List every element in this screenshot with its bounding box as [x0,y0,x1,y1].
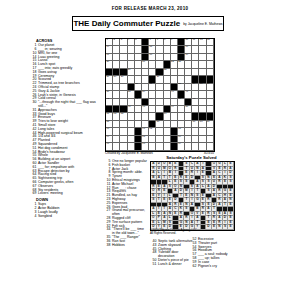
solution-letter: A [169,207,171,210]
solution-letter: S [229,180,231,183]
grid-cell[interactable] [199,46,206,53]
grid-cell[interactable] [149,106,156,113]
across-clues-column: ACROSS 1Our planet6___ in; wearing10MRI,… [30,39,103,219]
down-clue-list-part4: 52Excessive53Theater part54Swerves56Hood… [190,238,235,268]
solution-letter: I [191,198,192,201]
grid-cell[interactable]: 50 [185,106,192,113]
cell-number: 33 [178,83,181,86]
grid-cell[interactable] [207,54,214,61]
grid-cell[interactable] [128,113,135,120]
grid-cell[interactable] [199,143,206,150]
grid-cell[interactable] [120,136,127,143]
grid-cell[interactable] [120,84,127,91]
grid-cell[interactable]: 28 [120,76,127,83]
grid-cell[interactable] [207,106,214,113]
grid-cell[interactable] [164,99,171,106]
cell-number: 61 [142,128,145,131]
grid-cell[interactable] [113,91,120,98]
grid-cell[interactable]: 69 [178,143,185,150]
grid-cell[interactable]: 54 [164,113,171,120]
cell-number: 39 [142,91,145,94]
grid-cell[interactable] [164,76,171,83]
cell-number: 21 [142,61,145,64]
grid-cell[interactable] [185,61,192,68]
solution-letter: N [218,225,220,228]
cell-number: 58 [200,121,203,124]
clue-item: 4Songbird [30,215,103,219]
grid-cell[interactable]: 48 [142,106,149,113]
grid-cell[interactable] [192,69,199,76]
grid-cell[interactable] [192,46,199,53]
grid-cell[interactable]: 42 [106,99,113,106]
cell-number: 31 [135,83,138,86]
grid-cell[interactable] [149,69,156,76]
solution-letter: A [213,189,215,192]
grid-cell[interactable] [156,84,163,91]
cell-number: 63 [178,128,181,131]
title-box: THE Daily Commuter Puzzle by Jacqueline … [72,16,224,31]
solution-grid: ADOBESCATOGLERUMORTUNAVERAALIBIERIEACIDB… [150,161,235,231]
grid-cell[interactable]: 13 [207,39,214,46]
cell-number: 29 [157,76,160,79]
cell-number: 69 [178,143,181,146]
solution-letter: R [207,198,209,201]
grid-cell[interactable] [164,84,171,91]
clue-item: 38Hobbies [104,244,147,248]
grid-cell[interactable]: 36 [207,84,214,91]
cell-number: 40 [171,91,174,94]
grid-cell[interactable] [207,91,214,98]
grid-cell-black [142,39,149,46]
copyright-line2: All Rights Reserved. [150,232,235,235]
grid-cell[interactable] [185,136,192,143]
solution-letter: I [197,171,198,174]
grid-cell[interactable]: 47 [128,106,135,113]
grid-cell[interactable]: 34 [192,84,199,91]
grid-cell[interactable] [135,106,142,113]
grid-cell[interactable] [149,143,156,150]
grid-cell[interactable]: 24 [128,69,135,76]
grid-cell[interactable]: 8 [164,39,171,46]
grid-cell[interactable] [156,99,163,106]
solution-letter: E [229,162,231,165]
grid-cell[interactable] [128,136,135,143]
solution-letter: A [191,203,193,206]
solution-letter: E [213,225,215,228]
grid-cell[interactable]: 62 [149,128,156,135]
cell-number: 1 [106,39,107,42]
solution-letter: D [191,176,193,179]
grid-cell[interactable] [164,121,171,128]
grid-cell[interactable] [199,61,206,68]
grid-cell[interactable] [120,128,127,135]
cell-number: 67 [106,143,109,146]
grid-cell[interactable] [142,69,149,76]
grid-cell[interactable] [156,106,163,113]
cell-number: 48 [142,106,145,109]
cell-number: 43 [135,98,138,101]
grid-cell[interactable] [185,143,192,150]
grid-cell[interactable]: 2 [113,39,120,46]
solution-letter: L [158,171,160,174]
grid-cell[interactable]: 5 [135,39,142,46]
cell-number: 44 [150,98,153,101]
grid-cell[interactable] [113,143,120,150]
grid-cell[interactable]: 67 [106,143,113,150]
grid-cell[interactable]: 56 [156,121,163,128]
grid-cell[interactable] [185,113,192,120]
clue-item: 51Lunch & dinner [150,263,194,267]
grid-cell[interactable] [185,76,192,83]
grid-cell[interactable] [128,121,135,128]
cell-number: 36 [207,83,210,86]
solution-letter: S [185,162,187,165]
grid-cell[interactable]: 45 [178,99,185,106]
solved-panel-title: Saturday's Puzzle Solved [148,155,235,160]
cell-number: 53 [121,113,124,116]
grid-cell[interactable] [199,106,206,113]
solution-letter: A [196,216,198,219]
grid-cell[interactable]: 18 [149,54,156,61]
grid-cell-black [178,39,185,46]
grid-cell[interactable] [207,128,214,135]
grid-cell[interactable] [207,136,214,143]
grid-cell[interactable] [164,46,171,53]
solution-letter: A [163,216,165,219]
grid-cell[interactable] [113,128,120,135]
grid-cell[interactable] [120,121,127,128]
grid-cell[interactable] [135,54,142,61]
grid-cell[interactable]: 43 [135,99,142,106]
grid-cell[interactable] [199,99,206,106]
cell-number: 17 [106,54,109,57]
grid-cell[interactable] [149,61,156,68]
grid-cell[interactable]: 38 [128,91,135,98]
cell-number: 49 [171,106,174,109]
solution-letter: S [207,180,209,183]
grid-cell[interactable] [185,69,192,76]
grid-cell[interactable] [128,128,135,135]
grid-cell[interactable] [156,143,163,150]
grid-cell[interactable] [135,61,142,68]
cell-number: 65 [142,136,145,139]
grid-cell[interactable] [113,61,120,68]
grid-cell-black [171,143,178,150]
grid-cell[interactable] [164,143,171,150]
grid-cell[interactable]: 32 [149,84,156,91]
solution-letter: A [158,176,160,179]
cell-number: 7 [157,39,158,42]
grid-cell[interactable]: 49 [171,106,178,113]
grid-cell[interactable]: 12 [199,39,206,46]
grid-cell[interactable] [128,54,135,61]
grid-cell[interactable] [185,128,192,135]
solution-letter: N [229,198,231,201]
clue-item: 62Pigeon's cry [190,265,235,269]
grid-cell[interactable]: 23 [178,61,185,68]
cell-number: 54 [164,113,167,116]
grid-cell[interactable] [164,54,171,61]
grid-cell[interactable] [142,76,149,83]
grid-cell[interactable] [120,91,127,98]
grid-cell[interactable] [178,113,185,120]
grid-cell[interactable] [149,113,156,120]
grid-cell-black [171,136,178,143]
solution-letter: R [202,207,204,210]
solution-letter: T [185,198,187,201]
clue-text: Lunch & dinner [157,263,182,267]
solution-letter: S [180,180,182,183]
cell-number: 28 [121,76,124,79]
cell-number: 56 [157,121,160,124]
grid-cell[interactable] [113,84,120,91]
solution-letter: S [169,185,171,188]
grid-cell[interactable] [171,113,178,120]
grid-cell[interactable] [120,61,127,68]
solution-letter: E [185,171,187,174]
grid-cell[interactable] [156,128,163,135]
solution-letter: B [196,207,198,210]
puzzle-date: 3/23/10 [204,151,214,155]
grid-cell[interactable]: 21 [142,61,149,68]
grid-cell[interactable]: 7 [156,39,163,46]
grid-cell[interactable] [164,91,171,98]
cell-number: 34 [193,83,196,86]
grid-cell[interactable]: 22 [171,61,178,68]
cell-number: 14 [106,46,109,49]
solution-letter: D [224,216,226,219]
grid-cell[interactable] [113,46,120,53]
solution-letter: L [224,162,226,165]
solution-letter: S [207,189,209,192]
solution-letter: E [229,203,231,206]
grid-cell[interactable]: 57 [192,121,199,128]
grid-cell[interactable] [199,54,206,61]
solution-letter: A [180,216,182,219]
grid-cell[interactable] [192,128,199,135]
grid-cell[interactable] [156,91,163,98]
solution-letter: G [196,198,198,201]
solution-letter: L [169,180,171,183]
solution-letter: D [180,189,182,192]
cell-number: 2 [114,39,115,42]
solution-letter: D [158,162,160,165]
grid-cell[interactable] [135,69,142,76]
solution-letter: B [169,162,171,165]
copyright: ©2010 Tribune Content Agency, LLC All Ri… [150,229,235,236]
solution-letter: G [224,189,226,192]
grid-cell[interactable] [135,121,142,128]
grid-cell[interactable] [113,121,120,128]
grid-cell[interactable] [128,76,135,83]
grid-cell[interactable]: 52 [113,113,120,120]
solution-letter: A [207,207,209,210]
grid-cell[interactable] [178,106,185,113]
cell-number: 38 [128,91,131,94]
cell-number: 4 [128,39,129,42]
solution-letter: O [152,189,154,192]
grid-cell[interactable] [207,69,214,76]
created-by: Created by Jacqueline E. Mathews [105,151,153,155]
grid-cell[interactable]: 20 [106,61,113,68]
grid-cell[interactable] [199,69,206,76]
solution-letter: R [213,216,215,219]
solution-letter: E [202,212,204,215]
solution-letter: S [152,198,154,201]
grid-cell[interactable]: 46 [192,99,199,106]
solution-letter: S [202,180,204,183]
grid-cell[interactable] [156,61,163,68]
solution-letter: A [218,216,220,219]
clue-text: Hobbies [111,244,125,248]
grid-cell[interactable] [207,46,214,53]
solution-letter: T [163,207,165,210]
cell-number: 27 [114,76,117,79]
grid-cell[interactable] [199,128,206,135]
grid-cell[interactable]: 39 [142,91,149,98]
grid-cell[interactable]: 33 [178,84,185,91]
grid-cell[interactable]: 44 [149,99,156,106]
solution-letter: I [225,171,226,174]
grid-cell[interactable]: 4 [128,39,135,46]
grid-cell[interactable] [192,106,199,113]
cell-number: 13 [207,39,210,42]
grid-cell[interactable] [171,76,178,83]
grid-cell[interactable]: 53 [120,113,127,120]
grid-cell[interactable]: 40 [171,91,178,98]
clue-text: Songbird [37,215,53,219]
grid-cell[interactable] [199,136,206,143]
puzzle-byline: by Jacqueline E. Mathews [183,22,222,26]
solution-letter: O [163,162,165,165]
grid-cell[interactable]: 27 [113,76,120,83]
grid-cell[interactable] [135,46,142,53]
grid-cell[interactable] [207,99,214,106]
grid-cell[interactable]: 29 [156,76,163,83]
cell-number: 24 [128,69,131,72]
cell-number: 25 [164,69,167,72]
cell-number: 30 [106,83,109,86]
solution-letter: T [224,203,226,206]
grid-cell[interactable]: 3 [120,39,127,46]
solution-letter: E [163,189,165,192]
grid-cell[interactable]: 19 [185,54,192,61]
solution-letter: L [202,185,204,188]
solution-letter: M [185,189,188,192]
grid-cell[interactable]: 59 [207,121,214,128]
grid-cell[interactable]: 11 [192,39,199,46]
grid-cell[interactable] [171,69,178,76]
cell-number: 3 [121,39,122,42]
cell-number: 6 [150,39,151,42]
grid-cell[interactable] [120,54,127,61]
down-clue-list-part1: 1Sups2Actor Baldwin3Laugh loudly4Songbir… [30,203,103,218]
cell-number: 15 [150,46,153,49]
grid-cell[interactable] [128,143,135,150]
solution-letter: E [229,189,231,192]
grid-cell[interactable] [164,128,171,135]
grid-cell[interactable] [192,136,199,143]
release-line: FOR RELEASE MARCH 23, 2010 [0,6,300,11]
grid-cell[interactable] [156,46,163,53]
solution-letter: A [218,203,220,206]
grid-cell[interactable] [207,61,214,68]
solution-letter: T [163,176,165,179]
grid-cell[interactable] [207,143,214,150]
solution-letter: E [224,180,226,183]
cell-number: 26 [106,76,109,79]
grid-cell-black [171,128,178,135]
solution-letter: E [202,198,204,201]
grid-cell[interactable] [164,136,171,143]
cell-number: 32 [150,83,153,86]
grid-cell[interactable] [120,99,127,106]
solution-letter: C [218,171,220,174]
grid-cell[interactable] [171,121,178,128]
grid-cell[interactable] [178,69,185,76]
solution-letter: A [152,162,154,165]
cell-number: 10 [185,39,188,42]
grid-cell[interactable] [185,121,192,128]
grid-cell[interactable] [156,54,163,61]
cell-number: 66 [178,136,181,139]
cell-number: 42 [106,98,109,101]
cell-number: 35 [200,83,203,86]
cell-number: 12 [200,39,203,42]
solution-letter: K [180,207,182,210]
grid-cell[interactable]: 58 [199,121,206,128]
grid-cell[interactable]: 31 [135,84,142,91]
down-clue-list-part2: 5One no longer popular6Fish basket7Actor… [104,160,147,247]
grid-cell[interactable] [120,143,127,150]
grid-cell[interactable] [113,99,120,106]
cell-number: 59 [207,121,210,124]
grid-cell[interactable] [192,54,199,61]
grid-cell[interactable] [135,113,142,120]
grid-cell[interactable]: 41 [185,91,192,98]
grid-cell[interactable] [192,143,199,150]
grid-cell[interactable] [120,46,127,53]
grid-cell-black [135,143,142,150]
solution-letter: A [224,198,226,201]
solution-letter: R [185,216,187,219]
credit-line: Created by Jacqueline E. Mathews 3/23/10 [105,151,214,155]
clue-text: Lovers' meeting [37,192,63,196]
solution-letter: S [185,180,187,183]
grid-cell[interactable]: 35 [199,84,206,91]
solution-letter: C [191,162,193,165]
grid-cell[interactable] [113,54,120,61]
solution-letter: T [202,162,204,165]
cell-number: 62 [150,128,153,131]
solution-letter: G [218,162,220,165]
grid-cell[interactable]: 68 [142,143,149,150]
grid-cell[interactable]: 25 [164,69,171,76]
cell-number: 19 [185,54,188,57]
grid-cell[interactable]: 9 [171,39,178,46]
grid-cell[interactable] [156,136,163,143]
grid-cell[interactable] [171,46,178,53]
grid-cell[interactable] [149,136,156,143]
solution-letter: T [158,198,160,201]
grid-cell[interactable] [192,61,199,68]
grid-cell[interactable] [199,91,206,98]
grid-cell[interactable] [142,113,149,120]
grid-cell-black [135,128,142,135]
grid-cell[interactable] [128,46,135,53]
solution-letter: D [207,225,209,228]
grid-cell[interactable] [113,136,120,143]
